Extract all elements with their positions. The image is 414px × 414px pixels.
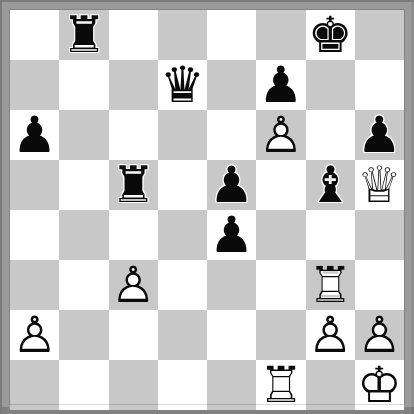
square-a6[interactable]: ♟	[10, 110, 59, 160]
piece-black-king[interactable]: ♚	[306, 10, 355, 60]
square-c1[interactable]	[109, 360, 158, 410]
square-g4[interactable]	[306, 210, 355, 260]
square-d2[interactable]	[158, 310, 207, 360]
chess-board[interactable]: ♜♚♛♟♟♟♙♟♜♟♝♛♕♟♟♙♜♖♟♙♟♙♟♙♜♖♚♔	[10, 10, 404, 404]
square-g6[interactable]	[306, 110, 355, 160]
piece-black-pawn[interactable]: ♟	[355, 110, 404, 160]
square-a3[interactable]	[10, 260, 59, 310]
white-pawn-outline-glyph: ♙	[111, 260, 156, 310]
square-d7[interactable]: ♛	[158, 60, 207, 110]
square-a2[interactable]: ♟♙	[10, 310, 59, 360]
white-rook-outline-glyph: ♖	[258, 360, 303, 410]
piece-white-rook[interactable]: ♜♖	[256, 360, 305, 410]
square-c7[interactable]	[109, 60, 158, 110]
square-f3[interactable]	[256, 260, 305, 310]
square-b8[interactable]: ♜	[59, 10, 108, 60]
square-e2[interactable]	[207, 310, 256, 360]
piece-black-pawn[interactable]: ♟	[207, 160, 256, 210]
square-g7[interactable]	[306, 60, 355, 110]
square-a5[interactable]	[10, 160, 59, 210]
square-e6[interactable]	[207, 110, 256, 160]
piece-white-queen[interactable]: ♛♕	[355, 160, 404, 210]
square-a8[interactable]	[10, 10, 59, 60]
square-d6[interactable]	[158, 110, 207, 160]
square-e7[interactable]	[207, 60, 256, 110]
white-queen-outline-glyph: ♕	[357, 160, 402, 210]
square-d8[interactable]	[158, 10, 207, 60]
piece-black-pawn[interactable]: ♟	[10, 110, 59, 160]
square-c4[interactable]	[109, 210, 158, 260]
chess-diagram: ♜♚♛♟♟♟♙♟♜♟♝♛♕♟♟♙♜♖♟♙♟♙♟♙♜♖♚♔	[0, 0, 414, 414]
piece-white-pawn[interactable]: ♟♙	[355, 310, 404, 360]
square-g2[interactable]: ♟♙	[306, 310, 355, 360]
white-king-outline-glyph: ♔	[357, 360, 402, 410]
square-d4[interactable]	[158, 210, 207, 260]
square-b2[interactable]	[59, 310, 108, 360]
square-e4[interactable]: ♟	[207, 210, 256, 260]
square-e8[interactable]	[207, 10, 256, 60]
square-f8[interactable]	[256, 10, 305, 60]
piece-white-pawn[interactable]: ♟♙	[10, 310, 59, 360]
square-a1[interactable]	[10, 360, 59, 410]
square-b1[interactable]	[59, 360, 108, 410]
white-rook-outline-glyph: ♖	[308, 260, 353, 310]
square-f2[interactable]	[256, 310, 305, 360]
square-g1[interactable]	[306, 360, 355, 410]
square-f1[interactable]: ♜♖	[256, 360, 305, 410]
white-pawn-outline-glyph: ♙	[357, 310, 402, 360]
square-g3[interactable]: ♜♖	[306, 260, 355, 310]
square-b6[interactable]	[59, 110, 108, 160]
square-e3[interactable]	[207, 260, 256, 310]
square-g5[interactable]: ♝	[306, 160, 355, 210]
square-h5[interactable]: ♛♕	[355, 160, 404, 210]
square-b3[interactable]	[59, 260, 108, 310]
square-h7[interactable]	[355, 60, 404, 110]
square-b4[interactable]	[59, 210, 108, 260]
square-c8[interactable]	[109, 10, 158, 60]
square-h3[interactable]	[355, 260, 404, 310]
square-e5[interactable]: ♟	[207, 160, 256, 210]
piece-white-pawn[interactable]: ♟♙	[256, 110, 305, 160]
square-h2[interactable]: ♟♙	[355, 310, 404, 360]
square-f4[interactable]	[256, 210, 305, 260]
square-d1[interactable]	[158, 360, 207, 410]
square-c3[interactable]: ♟♙	[109, 260, 158, 310]
piece-black-bishop[interactable]: ♝	[306, 160, 355, 210]
square-a4[interactable]	[10, 210, 59, 260]
piece-white-pawn[interactable]: ♟♙	[109, 260, 158, 310]
square-f6[interactable]: ♟♙	[256, 110, 305, 160]
square-f5[interactable]	[256, 160, 305, 210]
square-h6[interactable]: ♟	[355, 110, 404, 160]
square-h8[interactable]	[355, 10, 404, 60]
square-c6[interactable]	[109, 110, 158, 160]
white-pawn-outline-glyph: ♙	[258, 110, 303, 160]
square-e1[interactable]	[207, 360, 256, 410]
square-d5[interactable]	[158, 160, 207, 210]
piece-black-queen[interactable]: ♛	[158, 60, 207, 110]
piece-black-rook[interactable]: ♜	[59, 10, 108, 60]
board-frame: ♜♚♛♟♟♟♙♟♜♟♝♛♕♟♟♙♜♖♟♙♟♙♟♙♜♖♚♔	[0, 0, 414, 414]
piece-black-rook[interactable]: ♜	[109, 160, 158, 210]
square-h4[interactable]	[355, 210, 404, 260]
white-pawn-outline-glyph: ♙	[308, 310, 353, 360]
square-f7[interactable]: ♟	[256, 60, 305, 110]
white-pawn-outline-glyph: ♙	[12, 310, 57, 360]
square-a7[interactable]	[10, 60, 59, 110]
square-c5[interactable]: ♜	[109, 160, 158, 210]
piece-white-king[interactable]: ♚♔	[355, 360, 404, 410]
square-b7[interactable]	[59, 60, 108, 110]
square-c2[interactable]	[109, 310, 158, 360]
square-h1[interactable]: ♚♔	[355, 360, 404, 410]
piece-white-pawn[interactable]: ♟♙	[306, 310, 355, 360]
square-b5[interactable]	[59, 160, 108, 210]
square-d3[interactable]	[158, 260, 207, 310]
square-g8[interactable]: ♚	[306, 10, 355, 60]
piece-black-pawn[interactable]: ♟	[207, 210, 256, 260]
piece-black-pawn[interactable]: ♟	[256, 60, 305, 110]
piece-white-rook[interactable]: ♜♖	[306, 260, 355, 310]
